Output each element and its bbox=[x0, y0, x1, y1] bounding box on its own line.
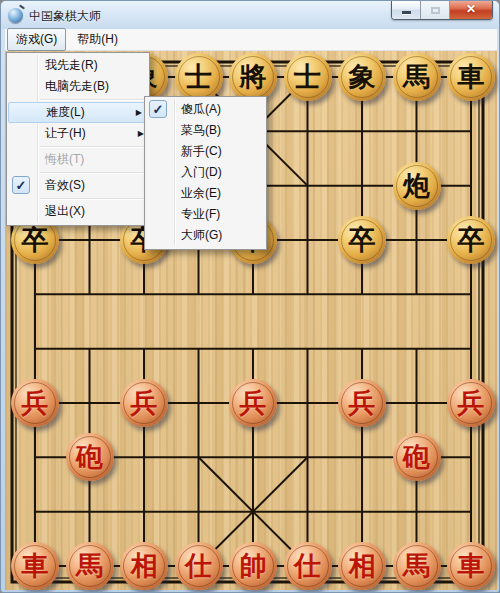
close-icon: ✕ bbox=[450, 2, 492, 16]
menu-item-handicap[interactable]: 让子(H) ▶ bbox=[7, 123, 149, 144]
piece-red-兵-2-6[interactable]: 兵 bbox=[120, 379, 168, 427]
menu-separator bbox=[40, 99, 147, 100]
checkmark-icon: ✓ bbox=[12, 176, 30, 194]
submenu-item-professional[interactable]: 专业(F) bbox=[145, 204, 266, 225]
piece-red-馬-1-9[interactable]: 馬 bbox=[66, 542, 114, 590]
piece-black-馬-7-0[interactable]: 馬 bbox=[393, 53, 441, 101]
submenu-item-beginner[interactable]: 入门(D) bbox=[145, 162, 266, 183]
piece-black-車-8-0[interactable]: 車 bbox=[447, 53, 495, 101]
piece-black-卒-6-3[interactable]: 卒 bbox=[338, 216, 386, 264]
minimize-button[interactable] bbox=[392, 1, 421, 19]
submenu-item-fool[interactable]: ✓ 傻瓜(A) bbox=[145, 99, 266, 120]
piece-red-兵-4-6[interactable]: 兵 bbox=[229, 379, 277, 427]
piece-red-砲-1-7[interactable]: 砲 bbox=[66, 433, 114, 481]
checkmark-icon: ✓ bbox=[149, 100, 167, 118]
piece-black-炮-7-2[interactable]: 炮 bbox=[393, 162, 441, 210]
piece-black-卒-8-3[interactable]: 卒 bbox=[447, 216, 495, 264]
submenu-item-amateur[interactable]: 业余(E) bbox=[145, 183, 266, 204]
menu-item-undo: 悔棋(T) bbox=[7, 149, 149, 170]
submenu-item-novice[interactable]: 新手(C) bbox=[145, 141, 266, 162]
menu-bar: 游戏(G) 帮助(H) bbox=[5, 29, 497, 51]
menu-item-difficulty[interactable]: 难度(L) ▶ bbox=[8, 102, 148, 123]
menu-separator bbox=[40, 146, 147, 147]
menu-item-computer-first[interactable]: 电脑先走(B) bbox=[7, 76, 149, 97]
menu-separator bbox=[40, 172, 147, 173]
piece-black-象-6-0[interactable]: 象 bbox=[338, 53, 386, 101]
piece-red-砲-7-7[interactable]: 砲 bbox=[393, 433, 441, 481]
piece-red-相-6-9[interactable]: 相 bbox=[338, 542, 386, 590]
game-menu-popup: 我先走(R) 电脑先走(B) 难度(L) ▶ 让子(H) ▶ 悔棋(T) ✓ 音… bbox=[6, 52, 150, 226]
menu-game[interactable]: 游戏(G) bbox=[7, 28, 66, 51]
difficulty-submenu-popup: ✓ 傻瓜(A) 菜鸟(B) 新手(C) 入门(D) 业余(E) 专业(F) 大师… bbox=[144, 96, 267, 250]
piece-red-帥-4-9[interactable]: 帥 bbox=[229, 542, 277, 590]
piece-red-馬-7-9[interactable]: 馬 bbox=[393, 542, 441, 590]
piece-red-相-2-9[interactable]: 相 bbox=[120, 542, 168, 590]
submenu-item-rookie[interactable]: 菜鸟(B) bbox=[145, 120, 266, 141]
piece-red-車-0-9[interactable]: 車 bbox=[11, 542, 59, 590]
close-button[interactable]: ✕ bbox=[450, 1, 492, 19]
minimize-icon bbox=[402, 11, 411, 14]
submenu-arrow-icon: ▶ bbox=[136, 103, 142, 122]
maximize-button bbox=[421, 1, 450, 19]
menu-separator bbox=[40, 198, 147, 199]
menu-help[interactable]: 帮助(H) bbox=[68, 28, 127, 51]
piece-red-仕-3-9[interactable]: 仕 bbox=[175, 542, 223, 590]
piece-black-士-5-0[interactable]: 士 bbox=[284, 53, 332, 101]
piece-red-車-8-9[interactable]: 車 bbox=[447, 542, 495, 590]
window-title: 中国象棋大师 bbox=[29, 8, 101, 25]
piece-black-將-4-0[interactable]: 將 bbox=[229, 53, 277, 101]
piece-red-兵-6-6[interactable]: 兵 bbox=[338, 379, 386, 427]
app-icon bbox=[8, 8, 23, 23]
menu-item-exit[interactable]: 退出(X) bbox=[7, 201, 149, 222]
piece-black-士-3-0[interactable]: 士 bbox=[175, 53, 223, 101]
piece-red-仕-5-9[interactable]: 仕 bbox=[284, 542, 332, 590]
caption-buttons: ✕ bbox=[391, 1, 493, 20]
maximize-icon bbox=[431, 7, 440, 14]
piece-red-兵-0-6[interactable]: 兵 bbox=[11, 379, 59, 427]
submenu-item-master[interactable]: 大师(G) bbox=[145, 225, 266, 246]
menu-item-play-first[interactable]: 我先走(R) bbox=[7, 55, 149, 76]
app-window: 中国象棋大师 ✕ 游戏(G) 帮助(H) 車馬象士將士象馬車炮炮卒卒卒卒卒兵兵兵… bbox=[0, 0, 500, 593]
piece-red-兵-8-6[interactable]: 兵 bbox=[447, 379, 495, 427]
menu-item-sound[interactable]: ✓ 音效(S) bbox=[7, 175, 149, 196]
